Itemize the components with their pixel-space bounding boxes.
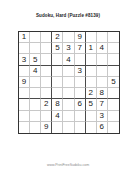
cell-r7c4: 8 — [52, 99, 63, 110]
cell-r6c2 — [30, 88, 41, 99]
cell-r2c1 — [19, 43, 30, 54]
cell-r5c7 — [86, 77, 97, 88]
cell-r9c6 — [75, 122, 86, 133]
cell-r9c1 — [19, 122, 30, 133]
cell-r4c1 — [19, 66, 30, 77]
cell-r3c5: 4 — [63, 54, 74, 65]
cell-r1c8 — [97, 32, 108, 43]
cell-r6c8: 8 — [97, 88, 108, 99]
cell-r4c9 — [108, 66, 119, 77]
cell-r5c8 — [97, 77, 108, 88]
cell-r1c1: 1 — [19, 32, 30, 43]
cell-r5c3 — [41, 77, 52, 88]
cell-r6c3 — [41, 88, 52, 99]
cell-r7c8: 7 — [97, 99, 108, 110]
page-title: Sudoku, Hard (Puzzle #8139) — [0, 13, 136, 18]
cell-r2c2 — [30, 43, 41, 54]
cell-r9c5 — [63, 122, 74, 133]
cell-r4c2: 4 — [30, 66, 41, 77]
cell-r1c5 — [63, 32, 74, 43]
cell-r3c2: 5 — [30, 54, 41, 65]
cell-r2c3 — [41, 43, 52, 54]
cell-r3c6 — [75, 54, 86, 65]
cell-r9c7 — [86, 122, 97, 133]
cell-r8c5 — [63, 111, 74, 122]
cell-r6c7: 2 — [86, 88, 97, 99]
cell-r5c4 — [52, 77, 63, 88]
cell-r6c5 — [63, 88, 74, 99]
cell-r2c4: 5 — [52, 43, 63, 54]
cell-r1c4: 2 — [52, 32, 63, 43]
cell-r2c5: 3 — [63, 43, 74, 54]
cell-r7c2 — [30, 99, 41, 110]
cell-r8c6 — [75, 111, 86, 122]
cell-r3c3 — [41, 54, 52, 65]
footer-url: www.PrintFreeSudoku.com — [0, 163, 136, 167]
cell-r4c8 — [97, 66, 108, 77]
sudoku-board: 12953714354439528286574396 — [18, 31, 120, 134]
cell-r2c8: 4 — [97, 43, 108, 54]
cell-r5c5 — [63, 77, 74, 88]
cell-r4c3 — [41, 66, 52, 77]
cell-r7c5 — [63, 99, 74, 110]
cell-r1c3 — [41, 32, 52, 43]
cell-r3c4 — [52, 54, 63, 65]
cell-r1c6: 9 — [75, 32, 86, 43]
cell-r3c1: 3 — [19, 54, 30, 65]
cell-r6c4 — [52, 88, 63, 99]
cell-r8c8: 3 — [97, 111, 108, 122]
cell-r8c2 — [30, 111, 41, 122]
cell-r6c1 — [19, 88, 30, 99]
cell-r5c2 — [30, 77, 41, 88]
cell-r6c6 — [75, 88, 86, 99]
cell-r9c2 — [30, 122, 41, 133]
cell-r7c1 — [19, 99, 30, 110]
cell-r5c9: 5 — [108, 77, 119, 88]
cell-r9c4 — [52, 122, 63, 133]
cell-r6c9 — [108, 88, 119, 99]
cell-r9c9 — [108, 122, 119, 133]
cell-r3c8 — [97, 54, 108, 65]
cell-r4c4 — [52, 66, 63, 77]
cell-r5c1: 9 — [19, 77, 30, 88]
cell-r1c9 — [108, 32, 119, 43]
cell-r2c7: 1 — [86, 43, 97, 54]
cell-r3c7 — [86, 54, 97, 65]
cell-r8c3 — [41, 111, 52, 122]
cell-r3c9 — [108, 54, 119, 65]
cell-r7c6: 6 — [75, 99, 86, 110]
cell-r4c5 — [63, 66, 74, 77]
cell-r5c6 — [75, 77, 86, 88]
cell-r2c9 — [108, 43, 119, 54]
cell-r8c4: 4 — [52, 111, 63, 122]
cell-r7c9 — [108, 99, 119, 110]
cell-r8c1 — [19, 111, 30, 122]
cell-r8c7 — [86, 111, 97, 122]
cell-r1c7 — [86, 32, 97, 43]
cell-r4c7 — [86, 66, 97, 77]
cell-r9c8: 6 — [97, 122, 108, 133]
cell-r7c3: 2 — [41, 99, 52, 110]
cell-r4c6: 3 — [75, 66, 86, 77]
cell-r1c2 — [30, 32, 41, 43]
cell-r9c3: 9 — [41, 122, 52, 133]
cell-r8c9 — [108, 111, 119, 122]
cell-r7c7: 5 — [86, 99, 97, 110]
printable-page: Sudoku, Hard (Puzzle #8139) 129537143544… — [0, 0, 136, 176]
cell-r2c6: 7 — [75, 43, 86, 54]
